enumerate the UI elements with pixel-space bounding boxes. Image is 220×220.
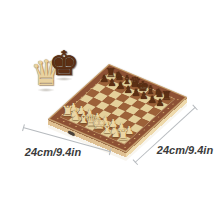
dimension-label-right: 24cm/9.4in <box>157 144 213 156</box>
clasp-latch <box>68 131 74 137</box>
product-photo: ♛ ♚ ♜♞♝♛♚♝♞♜♟♟♟♟♟♟♟♟♟♟♟♟♟♟♟♟♜♞♝♛♚♝♞♜ 24c… <box>0 0 220 220</box>
dimension-label-left: 24cm/9.4in <box>25 146 81 158</box>
loose-black-king-piece: ♚ <box>49 46 79 80</box>
